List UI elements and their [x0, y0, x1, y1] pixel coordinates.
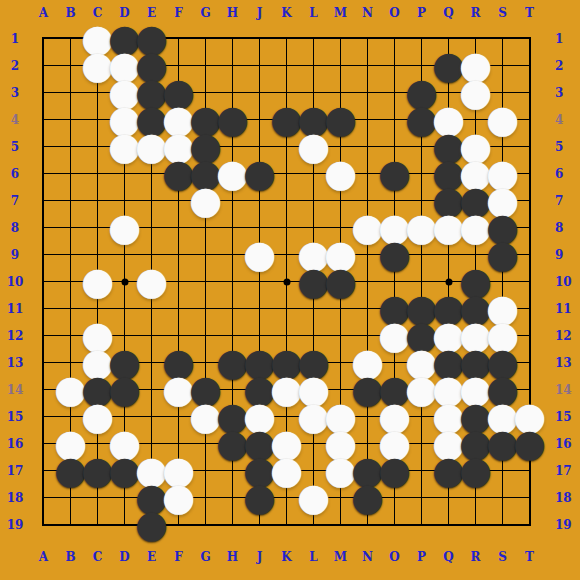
intersection-T5[interactable] — [516, 133, 543, 160]
intersection-Q19[interactable] — [435, 511, 462, 538]
white-stone-R3: ● — [462, 79, 489, 106]
intersection-H1[interactable] — [219, 25, 246, 52]
go-board: ●●●●●●●●●●●●●●●●●●●●●●●●●●●●●●●●●●●●●●●●… — [30, 25, 543, 538]
intersection-S1[interactable] — [489, 25, 516, 52]
black-stone-O9: ● — [381, 241, 408, 268]
column-label-K: K — [273, 6, 300, 20]
intersection-E7[interactable] — [138, 187, 165, 214]
column-label-M: M — [327, 6, 354, 20]
white-stone-D8: ● — [111, 214, 138, 241]
row-labels-left: 12345678910111213141516171819 — [0, 25, 30, 538]
intersection-T1[interactable] — [516, 25, 543, 52]
intersection-M6[interactable]: ● — [327, 160, 354, 187]
row-label-17: 17 — [0, 457, 30, 484]
black-stone-N18: ● — [354, 484, 381, 511]
black-stone-H4: ● — [219, 106, 246, 133]
intersection-N4[interactable] — [354, 106, 381, 133]
intersection-G2[interactable] — [192, 52, 219, 79]
intersection-T11[interactable] — [516, 295, 543, 322]
black-stone-M4: ● — [327, 106, 354, 133]
intersection-J1[interactable] — [246, 25, 273, 52]
column-label-N: N — [354, 6, 381, 20]
row-label-3: 3 — [543, 79, 580, 106]
intersection-T3[interactable] — [516, 79, 543, 106]
intersection-K19[interactable] — [273, 511, 300, 538]
intersection-K11[interactable] — [273, 295, 300, 322]
black-stone-E19: ● — [138, 511, 165, 538]
column-label-F: F — [165, 6, 192, 20]
intersection-J6[interactable]: ● — [246, 160, 273, 187]
intersection-L1[interactable] — [300, 25, 327, 52]
intersection-C7[interactable] — [84, 187, 111, 214]
row-label-13: 13 — [543, 349, 580, 376]
white-stone-G7: ● — [192, 187, 219, 214]
intersection-N18[interactable]: ● — [354, 484, 381, 511]
row-label-19: 19 — [543, 511, 580, 538]
intersection-D11[interactable] — [111, 295, 138, 322]
intersection-T2[interactable] — [516, 52, 543, 79]
intersection-L7[interactable] — [300, 187, 327, 214]
row-label-1: 1 — [0, 25, 30, 52]
intersection-A11[interactable] — [30, 295, 57, 322]
row-label-4: 4 — [543, 106, 580, 133]
row-label-8: 8 — [543, 214, 580, 241]
intersection-T6[interactable] — [516, 160, 543, 187]
intersection-F11[interactable] — [165, 295, 192, 322]
white-stone-S4: ● — [489, 106, 516, 133]
intersection-M4[interactable]: ● — [327, 106, 354, 133]
column-label-K: K — [273, 550, 300, 564]
black-stone-O17: ● — [381, 457, 408, 484]
intersection-R17[interactable]: ● — [462, 457, 489, 484]
intersection-L18[interactable]: ● — [300, 484, 327, 511]
column-label-S: S — [489, 6, 516, 20]
intersection-B11[interactable] — [57, 295, 84, 322]
intersection-A1[interactable] — [30, 25, 57, 52]
intersection-H11[interactable] — [219, 295, 246, 322]
row-label-16: 16 — [0, 430, 30, 457]
intersection-E10[interactable]: ● — [138, 268, 165, 295]
white-stone-K17: ● — [273, 457, 300, 484]
intersection-E12[interactable] — [138, 322, 165, 349]
intersection-A19[interactable] — [30, 511, 57, 538]
intersection-A5[interactable] — [30, 133, 57, 160]
row-label-7: 7 — [543, 187, 580, 214]
white-stone-M6: ● — [327, 160, 354, 187]
intersection-T9[interactable] — [516, 241, 543, 268]
intersection-T18[interactable] — [516, 484, 543, 511]
intersection-J11[interactable] — [246, 295, 273, 322]
column-label-H: H — [219, 6, 246, 20]
intersection-A6[interactable] — [30, 160, 57, 187]
intersection-P1[interactable] — [408, 25, 435, 52]
intersection-D14[interactable]: ● — [111, 376, 138, 403]
column-label-N: N — [354, 550, 381, 564]
black-stone-D14: ● — [111, 376, 138, 403]
intersection-G18[interactable] — [192, 484, 219, 511]
intersection-N5[interactable] — [354, 133, 381, 160]
column-label-B: B — [57, 6, 84, 20]
intersection-A15[interactable] — [30, 403, 57, 430]
column-label-L: L — [300, 6, 327, 20]
column-label-L: L — [300, 550, 327, 564]
row-label-11: 11 — [0, 295, 30, 322]
go-board-window: ABCDEFGHJKLMNOPQRST 12345678910111213141… — [0, 0, 580, 580]
intersection-G9[interactable] — [192, 241, 219, 268]
intersection-B3[interactable] — [57, 79, 84, 106]
black-stone-R17: ● — [462, 457, 489, 484]
intersection-S2[interactable] — [489, 52, 516, 79]
intersection-E8[interactable] — [138, 214, 165, 241]
intersection-A13[interactable] — [30, 349, 57, 376]
intersection-K6[interactable] — [273, 160, 300, 187]
column-label-C: C — [84, 550, 111, 564]
column-label-D: D — [111, 550, 138, 564]
white-stone-L18: ● — [300, 484, 327, 511]
row-label-12: 12 — [0, 322, 30, 349]
intersection-G7[interactable]: ● — [192, 187, 219, 214]
row-label-10: 10 — [543, 268, 580, 295]
column-label-A: A — [30, 550, 57, 564]
intersection-B8[interactable] — [57, 214, 84, 241]
column-label-O: O — [381, 6, 408, 20]
row-label-14: 14 — [0, 376, 30, 403]
intersection-H10[interactable] — [219, 268, 246, 295]
intersection-T8[interactable] — [516, 214, 543, 241]
row-label-5: 5 — [543, 133, 580, 160]
intersection-F1[interactable] — [165, 25, 192, 52]
row-label-11: 11 — [543, 295, 580, 322]
intersection-O6[interactable]: ● — [381, 160, 408, 187]
intersection-B5[interactable] — [57, 133, 84, 160]
intersection-R3[interactable]: ● — [462, 79, 489, 106]
intersection-B9[interactable] — [57, 241, 84, 268]
black-stone-O6: ● — [381, 160, 408, 187]
intersection-M10[interactable]: ● — [327, 268, 354, 295]
intersection-N3[interactable] — [354, 79, 381, 106]
row-label-15: 15 — [0, 403, 30, 430]
intersection-A8[interactable] — [30, 214, 57, 241]
row-label-6: 6 — [543, 160, 580, 187]
intersection-S4[interactable]: ● — [489, 106, 516, 133]
intersection-O17[interactable]: ● — [381, 457, 408, 484]
intersection-O2[interactable] — [381, 52, 408, 79]
column-label-R: R — [462, 550, 489, 564]
intersection-A7[interactable] — [30, 187, 57, 214]
intersection-N2[interactable] — [354, 52, 381, 79]
intersection-T13[interactable] — [516, 349, 543, 376]
white-stone-C10: ● — [84, 268, 111, 295]
black-stone-T16: ● — [516, 430, 543, 457]
black-stone-J6: ● — [246, 160, 273, 187]
intersection-A4[interactable] — [30, 106, 57, 133]
row-label-8: 8 — [0, 214, 30, 241]
row-label-1: 1 — [543, 25, 580, 52]
intersection-E19[interactable]: ● — [138, 511, 165, 538]
intersection-R19[interactable] — [462, 511, 489, 538]
intersection-M19[interactable] — [327, 511, 354, 538]
intersection-A18[interactable] — [30, 484, 57, 511]
intersection-S18[interactable] — [489, 484, 516, 511]
row-label-16: 16 — [543, 430, 580, 457]
row-label-19: 19 — [0, 511, 30, 538]
intersection-L5[interactable]: ● — [300, 133, 327, 160]
intersection-G12[interactable] — [192, 322, 219, 349]
intersection-K7[interactable] — [273, 187, 300, 214]
column-label-P: P — [408, 550, 435, 564]
black-stone-J18: ● — [246, 484, 273, 511]
column-labels-bottom: ABCDEFGHJKLMNOPQRST — [30, 538, 543, 580]
row-labels-right: 12345678910111213141516171819 — [543, 25, 580, 538]
intersection-K1[interactable] — [273, 25, 300, 52]
column-label-Q: Q — [435, 550, 462, 564]
intersection-M1[interactable] — [327, 25, 354, 52]
intersection-B4[interactable] — [57, 106, 84, 133]
intersection-T19[interactable] — [516, 511, 543, 538]
intersection-H8[interactable] — [219, 214, 246, 241]
column-label-J: J — [246, 550, 273, 564]
white-stone-C15: ● — [84, 403, 111, 430]
intersection-M2[interactable] — [327, 52, 354, 79]
intersection-H2[interactable] — [219, 52, 246, 79]
white-stone-E10: ● — [138, 268, 165, 295]
column-label-A: A — [30, 6, 57, 20]
row-label-10: 10 — [0, 268, 30, 295]
intersection-N10[interactable] — [354, 268, 381, 295]
row-label-6: 6 — [0, 160, 30, 187]
column-label-G: G — [192, 550, 219, 564]
column-label-B: B — [57, 550, 84, 564]
intersection-K17[interactable]: ● — [273, 457, 300, 484]
column-label-T: T — [516, 6, 543, 20]
intersection-T4[interactable] — [516, 106, 543, 133]
intersection-K2[interactable] — [273, 52, 300, 79]
intersection-S9[interactable]: ● — [489, 241, 516, 268]
row-label-13: 13 — [0, 349, 30, 376]
row-label-14: 14 — [543, 376, 580, 403]
row-label-18: 18 — [543, 484, 580, 511]
intersection-F9[interactable] — [165, 241, 192, 268]
row-label-7: 7 — [0, 187, 30, 214]
intersection-O9[interactable]: ● — [381, 241, 408, 268]
row-label-15: 15 — [543, 403, 580, 430]
intersection-A9[interactable] — [30, 241, 57, 268]
column-label-M: M — [327, 550, 354, 564]
intersection-B19[interactable] — [57, 511, 84, 538]
intersection-grid: ●●●●●●●●●●●●●●●●●●●●●●●●●●●●●●●●●●●●●●●●… — [30, 25, 543, 538]
intersection-D8[interactable]: ● — [111, 214, 138, 241]
row-label-2: 2 — [543, 52, 580, 79]
row-label-12: 12 — [543, 322, 580, 349]
row-label-5: 5 — [0, 133, 30, 160]
intersection-G17[interactable] — [192, 457, 219, 484]
intersection-A10[interactable] — [30, 268, 57, 295]
intersection-F18[interactable]: ● — [165, 484, 192, 511]
intersection-P19[interactable] — [408, 511, 435, 538]
column-label-F: F — [165, 550, 192, 564]
intersection-J3[interactable] — [246, 79, 273, 106]
intersection-T12[interactable] — [516, 322, 543, 349]
intersection-N1[interactable] — [354, 25, 381, 52]
intersection-G19[interactable] — [192, 511, 219, 538]
intersection-T7[interactable] — [516, 187, 543, 214]
column-label-P: P — [408, 6, 435, 20]
row-label-4: 4 — [0, 106, 30, 133]
intersection-J2[interactable] — [246, 52, 273, 79]
intersection-C10[interactable]: ● — [84, 268, 111, 295]
white-stone-L5: ● — [300, 133, 327, 160]
intersection-K8[interactable] — [273, 214, 300, 241]
intersection-P18[interactable] — [408, 484, 435, 511]
white-stone-J9: ● — [246, 241, 273, 268]
column-label-H: H — [219, 550, 246, 564]
intersection-F8[interactable] — [165, 214, 192, 241]
column-label-E: E — [138, 550, 165, 564]
intersection-G1[interactable] — [192, 25, 219, 52]
intersection-G10[interactable] — [192, 268, 219, 295]
intersection-G11[interactable] — [192, 295, 219, 322]
intersection-E15[interactable] — [138, 403, 165, 430]
intersection-F10[interactable] — [165, 268, 192, 295]
intersection-O19[interactable] — [381, 511, 408, 538]
intersection-O1[interactable] — [381, 25, 408, 52]
column-label-Q: Q — [435, 6, 462, 20]
intersection-S19[interactable] — [489, 511, 516, 538]
column-label-G: G — [192, 6, 219, 20]
intersection-A3[interactable] — [30, 79, 57, 106]
row-label-9: 9 — [0, 241, 30, 268]
intersection-B7[interactable] — [57, 187, 84, 214]
column-label-T: T — [516, 550, 543, 564]
intersection-T10[interactable] — [516, 268, 543, 295]
column-label-S: S — [489, 550, 516, 564]
row-label-9: 9 — [543, 241, 580, 268]
column-label-R: R — [462, 6, 489, 20]
column-label-J: J — [246, 6, 273, 20]
row-label-2: 2 — [0, 52, 30, 79]
black-stone-M10: ● — [327, 268, 354, 295]
intersection-A12[interactable] — [30, 322, 57, 349]
intersection-C15[interactable]: ● — [84, 403, 111, 430]
row-label-17: 17 — [543, 457, 580, 484]
intersection-H19[interactable] — [219, 511, 246, 538]
intersection-L2[interactable] — [300, 52, 327, 79]
intersection-T16[interactable]: ● — [516, 430, 543, 457]
row-label-3: 3 — [0, 79, 30, 106]
intersection-H4[interactable]: ● — [219, 106, 246, 133]
intersection-C6[interactable] — [84, 160, 111, 187]
intersection-J9[interactable]: ● — [246, 241, 273, 268]
intersection-C19[interactable] — [84, 511, 111, 538]
row-label-18: 18 — [0, 484, 30, 511]
intersection-B6[interactable] — [57, 160, 84, 187]
column-label-O: O — [381, 550, 408, 564]
intersection-J18[interactable]: ● — [246, 484, 273, 511]
black-stone-S9: ● — [489, 241, 516, 268]
intersection-A2[interactable] — [30, 52, 57, 79]
intersection-M12[interactable] — [327, 322, 354, 349]
white-stone-F18: ● — [165, 484, 192, 511]
